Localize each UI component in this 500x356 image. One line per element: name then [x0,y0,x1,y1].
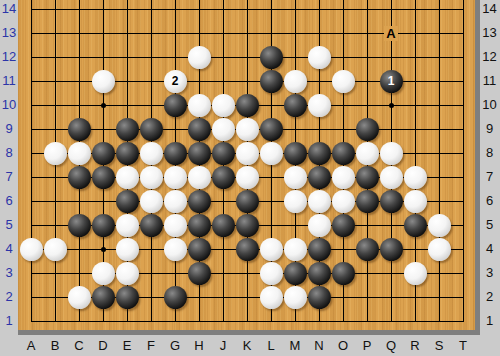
intersection[interactable] [43,261,67,285]
intersection[interactable] [427,213,451,237]
intersection[interactable] [379,213,403,237]
black-stone[interactable] [260,46,283,69]
intersection[interactable] [91,237,115,261]
intersection[interactable] [451,285,475,309]
white-stone[interactable] [308,190,331,213]
intersection[interactable] [19,189,43,213]
intersection[interactable] [139,261,163,285]
intersection[interactable] [211,45,235,69]
intersection[interactable] [451,261,475,285]
intersection[interactable] [331,45,355,69]
intersection[interactable] [331,285,355,309]
white-stone[interactable] [380,166,403,189]
intersection[interactable] [379,141,403,165]
intersection[interactable] [427,237,451,261]
intersection[interactable] [331,21,355,45]
intersection[interactable] [19,117,43,141]
intersection[interactable] [451,21,475,45]
intersection[interactable] [331,0,355,21]
intersection[interactable] [403,141,427,165]
intersection[interactable] [307,141,331,165]
white-stone[interactable] [188,94,211,117]
white-stone[interactable] [236,166,259,189]
white-stone[interactable] [332,70,355,93]
black-stone[interactable] [308,238,331,261]
white-stone[interactable] [284,166,307,189]
intersection[interactable] [67,117,91,141]
intersection[interactable] [259,261,283,285]
intersection[interactable] [427,165,451,189]
intersection[interactable] [403,21,427,45]
intersection[interactable] [331,237,355,261]
intersection[interactable] [355,237,379,261]
intersection[interactable] [355,69,379,93]
white-stone[interactable] [116,166,139,189]
intersection[interactable] [139,213,163,237]
black-stone[interactable] [356,118,379,141]
white-stone[interactable] [260,238,283,261]
intersection[interactable] [379,285,403,309]
black-stone[interactable] [284,262,307,285]
black-stone[interactable] [404,214,427,237]
black-stone[interactable] [92,214,115,237]
intersection[interactable] [307,117,331,141]
intersection[interactable] [283,261,307,285]
white-stone[interactable] [44,142,67,165]
intersection[interactable] [67,45,91,69]
intersection[interactable] [451,141,475,165]
black-stone[interactable] [92,166,115,189]
intersection[interactable] [211,93,235,117]
intersection[interactable] [403,261,427,285]
intersection[interactable] [355,0,379,21]
intersection[interactable] [115,237,139,261]
black-stone[interactable] [116,118,139,141]
intersection[interactable] [187,141,211,165]
intersection[interactable] [403,237,427,261]
intersection[interactable] [331,165,355,189]
black-stone[interactable] [236,214,259,237]
intersection[interactable] [139,93,163,117]
intersection[interactable] [259,45,283,69]
intersection[interactable] [43,237,67,261]
black-stone[interactable] [140,118,163,141]
intersection[interactable] [427,189,451,213]
intersection[interactable] [43,0,67,21]
intersection[interactable] [187,237,211,261]
black-stone[interactable] [68,118,91,141]
intersection[interactable]: A [379,21,403,45]
black-stone[interactable] [332,214,355,237]
intersection[interactable] [427,261,451,285]
black-stone[interactable] [236,238,259,261]
white-stone[interactable] [308,46,331,69]
white-stone[interactable] [332,166,355,189]
intersection[interactable] [115,45,139,69]
intersection[interactable]: 2 [163,69,187,93]
white-stone[interactable] [188,166,211,189]
black-stone[interactable] [332,262,355,285]
white-stone[interactable] [380,142,403,165]
intersection[interactable] [211,285,235,309]
intersection[interactable] [43,213,67,237]
black-stone[interactable] [116,142,139,165]
intersection[interactable] [211,21,235,45]
intersection[interactable] [91,141,115,165]
white-stone[interactable] [164,238,187,261]
white-stone[interactable] [44,238,67,261]
intersection[interactable] [91,189,115,213]
intersection[interactable] [427,93,451,117]
intersection[interactable] [283,117,307,141]
intersection[interactable] [187,93,211,117]
intersection[interactable] [451,237,475,261]
intersection[interactable] [163,45,187,69]
intersection[interactable] [427,45,451,69]
intersection[interactable] [379,165,403,189]
intersection[interactable] [91,213,115,237]
intersection[interactable] [67,285,91,309]
intersection[interactable] [451,165,475,189]
white-stone[interactable] [140,142,163,165]
intersection[interactable] [283,189,307,213]
intersection[interactable] [451,189,475,213]
intersection[interactable] [163,165,187,189]
intersection[interactable] [67,93,91,117]
intersection[interactable] [139,21,163,45]
black-stone[interactable] [260,118,283,141]
intersection[interactable] [259,21,283,45]
white-stone[interactable] [428,214,451,237]
intersection[interactable] [355,141,379,165]
intersection[interactable] [115,165,139,189]
intersection[interactable] [19,213,43,237]
intersection[interactable] [139,0,163,21]
intersection[interactable] [19,285,43,309]
intersection[interactable] [43,141,67,165]
intersection[interactable] [403,0,427,21]
intersection[interactable] [427,285,451,309]
white-stone[interactable] [68,142,91,165]
black-stone[interactable] [380,238,403,261]
intersection[interactable] [331,213,355,237]
intersection[interactable] [139,141,163,165]
intersection[interactable] [451,213,475,237]
intersection[interactable] [355,117,379,141]
intersection[interactable] [427,69,451,93]
intersection[interactable] [19,141,43,165]
intersection[interactable] [19,237,43,261]
white-stone[interactable] [116,214,139,237]
intersection[interactable] [403,165,427,189]
intersection[interactable] [379,0,403,21]
intersection[interactable] [427,0,451,21]
black-stone[interactable] [380,190,403,213]
black-stone[interactable] [188,142,211,165]
intersection[interactable] [355,21,379,45]
intersection[interactable] [115,141,139,165]
intersection[interactable] [283,45,307,69]
black-stone[interactable] [236,94,259,117]
intersection[interactable] [259,69,283,93]
intersection[interactable] [283,93,307,117]
intersection[interactable] [67,237,91,261]
intersection[interactable] [355,45,379,69]
intersection[interactable] [235,189,259,213]
intersection[interactable] [307,165,331,189]
intersection[interactable] [283,165,307,189]
intersection[interactable] [163,189,187,213]
intersection[interactable] [91,261,115,285]
black-stone[interactable] [212,142,235,165]
intersection[interactable] [283,285,307,309]
intersection[interactable] [67,165,91,189]
black-stone[interactable] [188,190,211,213]
intersection[interactable] [91,285,115,309]
intersection[interactable] [43,45,67,69]
intersection[interactable] [235,93,259,117]
intersection[interactable] [91,21,115,45]
intersection[interactable] [163,285,187,309]
intersection[interactable] [283,141,307,165]
intersection[interactable] [139,69,163,93]
white-stone[interactable] [116,238,139,261]
white-stone[interactable] [428,238,451,261]
intersection[interactable] [43,117,67,141]
intersection[interactable] [427,117,451,141]
intersection[interactable] [331,261,355,285]
black-stone[interactable] [212,214,235,237]
intersection[interactable] [307,285,331,309]
intersection[interactable] [139,237,163,261]
black-stone[interactable] [188,118,211,141]
intersection[interactable] [379,117,403,141]
intersection[interactable] [91,0,115,21]
intersection[interactable] [283,213,307,237]
black-stone[interactable] [284,94,307,117]
intersection[interactable] [19,93,43,117]
intersection[interactable] [163,21,187,45]
intersection[interactable] [115,69,139,93]
white-stone[interactable] [92,262,115,285]
intersection[interactable] [235,141,259,165]
intersection[interactable] [259,117,283,141]
intersection[interactable] [67,0,91,21]
black-stone[interactable] [188,238,211,261]
intersection[interactable] [235,165,259,189]
black-stone[interactable] [284,142,307,165]
intersection[interactable] [451,45,475,69]
intersection[interactable] [115,261,139,285]
black-stone[interactable] [164,94,187,117]
intersection[interactable] [163,141,187,165]
white-stone[interactable] [332,190,355,213]
intersection[interactable] [187,285,211,309]
intersection[interactable] [211,213,235,237]
intersection[interactable] [187,0,211,21]
intersection[interactable] [19,165,43,189]
intersection[interactable] [403,93,427,117]
intersection[interactable] [259,189,283,213]
intersection[interactable] [307,261,331,285]
black-stone[interactable] [212,166,235,189]
intersection[interactable] [259,0,283,21]
intersection[interactable] [355,165,379,189]
intersection[interactable] [91,45,115,69]
intersection[interactable] [211,189,235,213]
intersection[interactable] [403,213,427,237]
black-stone[interactable] [116,190,139,213]
black-stone[interactable] [356,238,379,261]
intersection[interactable] [187,189,211,213]
intersection[interactable] [163,213,187,237]
black-stone[interactable] [188,262,211,285]
black-stone[interactable] [164,286,187,309]
intersection[interactable] [235,117,259,141]
intersection[interactable] [139,285,163,309]
intersection[interactable] [259,213,283,237]
intersection[interactable] [67,261,91,285]
intersection[interactable] [67,21,91,45]
white-stone[interactable] [284,238,307,261]
white-stone[interactable] [260,262,283,285]
white-stone[interactable] [404,166,427,189]
intersection[interactable] [451,69,475,93]
intersection[interactable] [211,261,235,285]
intersection[interactable] [259,141,283,165]
intersection[interactable] [163,0,187,21]
white-stone[interactable] [236,142,259,165]
intersection[interactable] [307,45,331,69]
white-stone[interactable] [308,214,331,237]
intersection[interactable] [187,165,211,189]
intersection[interactable] [259,237,283,261]
intersection[interactable] [283,0,307,21]
intersection[interactable] [355,261,379,285]
intersection[interactable] [67,69,91,93]
intersection[interactable] [211,69,235,93]
intersection[interactable] [19,69,43,93]
black-stone[interactable] [68,214,91,237]
intersection[interactable] [355,213,379,237]
intersection[interactable] [307,69,331,93]
intersection[interactable] [451,93,475,117]
intersection[interactable] [379,261,403,285]
intersection[interactable] [331,189,355,213]
intersection[interactable] [283,21,307,45]
intersection[interactable] [403,285,427,309]
white-stone[interactable] [164,190,187,213]
white-stone[interactable] [68,286,91,309]
black-stone[interactable] [164,142,187,165]
black-stone[interactable] [68,166,91,189]
intersection[interactable] [283,69,307,93]
intersection[interactable] [283,237,307,261]
intersection[interactable] [67,141,91,165]
intersection[interactable] [139,189,163,213]
intersection[interactable] [139,165,163,189]
intersection[interactable] [235,69,259,93]
intersection[interactable] [115,0,139,21]
intersection[interactable] [235,285,259,309]
white-stone[interactable] [404,190,427,213]
intersection[interactable] [163,237,187,261]
intersection[interactable] [451,0,475,21]
intersection[interactable] [307,0,331,21]
intersection[interactable] [43,21,67,45]
black-stone[interactable] [332,142,355,165]
intersection[interactable]: 1 [379,69,403,93]
intersection[interactable] [211,0,235,21]
intersection[interactable] [355,285,379,309]
intersection[interactable] [187,69,211,93]
intersection[interactable] [235,237,259,261]
white-stone[interactable] [140,190,163,213]
white-stone[interactable] [164,214,187,237]
black-stone[interactable] [116,286,139,309]
intersection[interactable] [115,117,139,141]
intersection[interactable] [19,0,43,21]
intersection[interactable] [259,93,283,117]
intersection[interactable] [19,21,43,45]
intersection[interactable] [19,261,43,285]
black-stone[interactable]: 1 [380,70,403,93]
intersection[interactable] [115,213,139,237]
intersection[interactable] [259,285,283,309]
white-stone[interactable] [236,118,259,141]
intersection[interactable] [91,117,115,141]
black-stone[interactable] [92,142,115,165]
intersection[interactable] [379,45,403,69]
black-stone[interactable] [308,142,331,165]
intersection[interactable] [67,213,91,237]
intersection[interactable] [211,237,235,261]
intersection[interactable] [331,117,355,141]
intersection[interactable] [163,261,187,285]
intersection[interactable] [235,213,259,237]
black-stone[interactable] [356,190,379,213]
white-stone[interactable] [212,118,235,141]
intersection[interactable] [115,285,139,309]
intersection[interactable] [187,261,211,285]
black-stone[interactable] [236,190,259,213]
white-stone[interactable] [284,190,307,213]
intersection[interactable] [451,117,475,141]
white-stone[interactable] [284,286,307,309]
intersection[interactable] [187,213,211,237]
black-stone[interactable] [308,166,331,189]
intersection[interactable] [331,141,355,165]
intersection[interactable] [43,165,67,189]
intersection[interactable] [43,189,67,213]
intersection[interactable] [235,261,259,285]
intersection[interactable] [235,0,259,21]
intersection[interactable] [211,165,235,189]
black-stone[interactable] [260,70,283,93]
intersection[interactable] [403,189,427,213]
intersection[interactable] [43,69,67,93]
intersection[interactable] [187,21,211,45]
white-stone[interactable] [356,142,379,165]
intersection[interactable] [163,93,187,117]
intersection[interactable] [139,117,163,141]
intersection[interactable] [91,93,115,117]
intersection[interactable] [211,117,235,141]
white-stone[interactable] [164,166,187,189]
intersection[interactable] [43,285,67,309]
intersection[interactable] [211,141,235,165]
intersection[interactable] [307,93,331,117]
